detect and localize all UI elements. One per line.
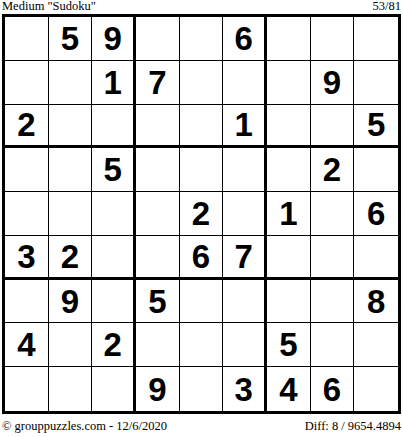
cell-r9c5-empty[interactable] <box>180 367 224 411</box>
cell-r4c3-given: 5 <box>92 148 136 192</box>
cell-r2c2-empty[interactable] <box>49 61 93 105</box>
cell-r3c8-empty[interactable] <box>311 105 355 149</box>
cell-r5c4-empty[interactable] <box>136 192 180 236</box>
cell-r7c7-empty[interactable] <box>267 280 311 324</box>
sudoku-board: 5961792155221632679584259346 <box>2 14 401 414</box>
cell-r1c4-empty[interactable] <box>136 17 180 61</box>
cell-r1c9-empty[interactable] <box>354 17 398 61</box>
cell-r6c5-given: 6 <box>180 236 224 280</box>
cell-r9c8-given: 6 <box>311 367 355 411</box>
cell-r4c8-given: 2 <box>311 148 355 192</box>
cell-r3c9-given: 5 <box>354 105 398 149</box>
cell-r9c9-empty[interactable] <box>354 367 398 411</box>
cell-r6c2-given: 2 <box>49 236 93 280</box>
cell-r9c6-given: 3 <box>223 367 267 411</box>
cell-r4c1-empty[interactable] <box>5 148 49 192</box>
cell-r1c6-given: 6 <box>223 17 267 61</box>
cell-r5c3-empty[interactable] <box>92 192 136 236</box>
cell-r8c8-empty[interactable] <box>311 323 355 367</box>
cell-r6c6-given: 7 <box>223 236 267 280</box>
cell-r5c6-empty[interactable] <box>223 192 267 236</box>
cell-r2c8-given: 9 <box>311 61 355 105</box>
cell-r7c6-empty[interactable] <box>223 280 267 324</box>
cell-r4c4-empty[interactable] <box>136 148 180 192</box>
cell-r8c9-empty[interactable] <box>354 323 398 367</box>
cell-r8c4-empty[interactable] <box>136 323 180 367</box>
cell-r6c7-empty[interactable] <box>267 236 311 280</box>
cell-r2c9-empty[interactable] <box>354 61 398 105</box>
cell-r5c7-given: 1 <box>267 192 311 236</box>
cell-r1c3-given: 9 <box>92 17 136 61</box>
empty-cell-counter: 53/81 <box>373 0 401 14</box>
cell-r5c5-given: 2 <box>180 192 224 236</box>
cell-r3c5-empty[interactable] <box>180 105 224 149</box>
cell-r5c2-empty[interactable] <box>49 192 93 236</box>
header-bar: Medium "Sudoku" 53/81 <box>2 0 401 14</box>
cell-r9c7-given: 4 <box>267 367 311 411</box>
cell-r2c1-empty[interactable] <box>5 61 49 105</box>
cell-r5c8-empty[interactable] <box>311 192 355 236</box>
cell-r4c5-empty[interactable] <box>180 148 224 192</box>
cell-r7c8-empty[interactable] <box>311 280 355 324</box>
cell-r8c5-empty[interactable] <box>180 323 224 367</box>
cell-r3c3-empty[interactable] <box>92 105 136 149</box>
cell-r2c5-empty[interactable] <box>180 61 224 105</box>
cell-r9c3-empty[interactable] <box>92 367 136 411</box>
cell-r7c4-given: 5 <box>136 280 180 324</box>
cell-r2c4-given: 7 <box>136 61 180 105</box>
cell-r6c1-given: 3 <box>5 236 49 280</box>
cell-r2c6-empty[interactable] <box>223 61 267 105</box>
cell-r6c3-empty[interactable] <box>92 236 136 280</box>
copyright-date: © grouppuzzles.com - 12/6/2020 <box>2 419 167 434</box>
cell-r6c8-empty[interactable] <box>311 236 355 280</box>
cell-r9c4-given: 9 <box>136 367 180 411</box>
cell-r7c3-empty[interactable] <box>92 280 136 324</box>
cell-r3c6-given: 1 <box>223 105 267 149</box>
footer-bar: © grouppuzzles.com - 12/6/2020 Diff: 8 /… <box>2 418 401 435</box>
cell-r1c1-empty[interactable] <box>5 17 49 61</box>
cell-r1c5-empty[interactable] <box>180 17 224 61</box>
cell-r4c9-empty[interactable] <box>354 148 398 192</box>
cell-r3c7-empty[interactable] <box>267 105 311 149</box>
cell-r3c1-given: 2 <box>5 105 49 149</box>
cell-r2c3-given: 1 <box>92 61 136 105</box>
cell-r9c1-empty[interactable] <box>5 367 49 411</box>
cell-r8c6-empty[interactable] <box>223 323 267 367</box>
cell-r6c4-empty[interactable] <box>136 236 180 280</box>
cell-r7c9-given: 8 <box>354 280 398 324</box>
cell-r1c7-empty[interactable] <box>267 17 311 61</box>
cell-r5c9-given: 6 <box>354 192 398 236</box>
cell-r8c3-given: 2 <box>92 323 136 367</box>
cell-r5c1-empty[interactable] <box>5 192 49 236</box>
cell-r1c2-given: 5 <box>49 17 93 61</box>
sudoku-page: Medium "Sudoku" 53/81 596179215522163267… <box>0 0 403 437</box>
cell-r3c2-empty[interactable] <box>49 105 93 149</box>
cell-r8c7-given: 5 <box>267 323 311 367</box>
cell-r3c4-empty[interactable] <box>136 105 180 149</box>
cell-r4c7-empty[interactable] <box>267 148 311 192</box>
cell-r4c2-empty[interactable] <box>49 148 93 192</box>
cell-r8c2-empty[interactable] <box>49 323 93 367</box>
cell-r9c2-empty[interactable] <box>49 367 93 411</box>
cell-r4c6-empty[interactable] <box>223 148 267 192</box>
cell-r2c7-empty[interactable] <box>267 61 311 105</box>
cell-r7c5-empty[interactable] <box>180 280 224 324</box>
cell-r6c9-empty[interactable] <box>354 236 398 280</box>
cell-r1c8-empty[interactable] <box>311 17 355 61</box>
cell-r7c1-empty[interactable] <box>5 280 49 324</box>
difficulty-rating: Diff: 8 / 9654.4894 <box>305 419 401 434</box>
cell-r8c1-given: 4 <box>5 323 49 367</box>
cell-r7c2-given: 9 <box>49 280 93 324</box>
puzzle-title: Medium "Sudoku" <box>2 0 96 14</box>
